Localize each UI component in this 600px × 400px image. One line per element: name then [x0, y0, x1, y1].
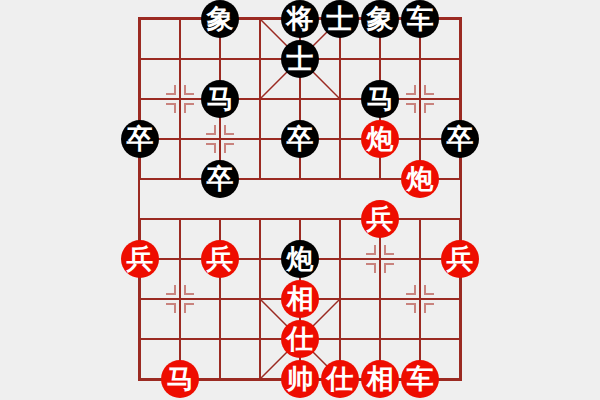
piece-black-elephant[interactable]: 象	[201, 0, 239, 38]
board-cell[interactable]	[380, 259, 420, 299]
piece-red-cannon[interactable]: 炮	[361, 120, 399, 158]
piece-black-soldier[interactable]: 卒	[121, 120, 159, 158]
piece-black-chariot[interactable]: 车	[401, 0, 439, 38]
board-cell[interactable]	[180, 299, 220, 339]
board-cell[interactable]	[140, 19, 180, 59]
piece-black-elephant[interactable]: 象	[361, 0, 399, 38]
piece-black-horse[interactable]: 马	[361, 80, 399, 118]
xiangqi-screen: 象将士象车士马马卒卒炮卒卒炮兵兵兵炮兵相仕马帅仕相车	[0, 0, 600, 400]
piece-red-soldier[interactable]: 兵	[201, 240, 239, 278]
board-cell[interactable]	[340, 259, 380, 299]
board-cell[interactable]	[380, 299, 420, 339]
board-cell[interactable]	[420, 299, 460, 339]
piece-black-advisor[interactable]: 士	[321, 0, 359, 38]
piece-red-soldier[interactable]: 兵	[361, 200, 399, 238]
board-cell[interactable]	[140, 59, 180, 99]
piece-red-advisor[interactable]: 仕	[281, 320, 319, 358]
piece-red-chariot[interactable]: 车	[401, 360, 439, 398]
piece-red-elephant[interactable]: 相	[281, 280, 319, 318]
board: 象将士象车士马马卒卒炮卒卒炮兵兵兵炮兵相仕马帅仕相车	[138, 17, 462, 381]
piece-red-horse[interactable]: 马	[161, 360, 199, 398]
piece-red-soldier[interactable]: 兵	[441, 240, 479, 278]
piece-black-soldier[interactable]: 卒	[441, 120, 479, 158]
board-cell[interactable]	[420, 59, 460, 99]
piece-black-cannon[interactable]: 炮	[281, 240, 319, 278]
piece-black-horse[interactable]: 马	[201, 80, 239, 118]
piece-black-soldier[interactable]: 卒	[281, 120, 319, 158]
piece-red-elephant[interactable]: 相	[361, 360, 399, 398]
piece-red-advisor[interactable]: 仕	[321, 360, 359, 398]
piece-red-soldier[interactable]: 兵	[121, 240, 159, 278]
piece-black-general[interactable]: 将	[281, 0, 319, 38]
piece-red-cannon[interactable]: 炮	[401, 160, 439, 198]
board-cell[interactable]	[340, 299, 380, 339]
piece-red-general[interactable]: 帅	[281, 360, 319, 398]
board-cell[interactable]	[140, 179, 180, 219]
board-cell[interactable]	[300, 179, 340, 219]
board-cell[interactable]	[220, 299, 260, 339]
board-cell[interactable]	[140, 299, 180, 339]
board-cell[interactable]	[260, 179, 300, 219]
piece-black-advisor[interactable]: 士	[281, 40, 319, 78]
board-cell[interactable]	[220, 339, 260, 379]
piece-black-soldier[interactable]: 卒	[201, 160, 239, 198]
